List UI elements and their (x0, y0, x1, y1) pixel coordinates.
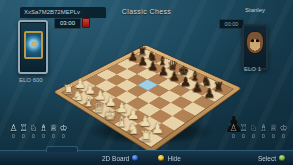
pawn-icon: ♙ (9, 123, 17, 133)
bottom-bar: 2D Board Hide Select (0, 150, 293, 165)
tray-count: 0 (32, 133, 35, 139)
black-clock: 00:00 (219, 19, 244, 29)
rook-icon: ♖ (19, 123, 27, 133)
tray-item-rook: ♖0 (240, 123, 247, 139)
knight-icon: ♘ (249, 123, 257, 133)
queen-icon: ♕ (49, 123, 57, 133)
white-clock: 03:00 (54, 18, 81, 29)
tray-count: 0 (12, 133, 15, 139)
knight-icon: ♘ (29, 123, 37, 133)
tray-count: 0 (272, 133, 275, 139)
tray-count: 0 (252, 133, 255, 139)
king-icon: ♔ (59, 123, 67, 133)
tray-count: 0 (22, 133, 25, 139)
select-label: Select (258, 155, 276, 162)
tray-count: 0 (282, 133, 285, 139)
tray-item-knight: ♘0 (250, 123, 257, 139)
tray-item-bishop: ♗0 (40, 123, 47, 139)
captured-tray-left: ♙0♖0♘0♗0♕0♔0 (10, 123, 67, 139)
tray-item-queen: ♕0 (270, 123, 277, 139)
board-frame: ♜♞♝♛♚♝♞♜♟♟♟♟♟♟♟♟♟♟♟♟♟♟♟♟♜♞♝♛♚♝♞♜ (53, 45, 242, 154)
tray-count: 0 (242, 133, 245, 139)
button-2d-board[interactable]: 2D Board (102, 155, 129, 162)
tray-item-queen: ♕0 (50, 123, 57, 139)
white-player-name: XxSa7M2B72MEPLv (20, 7, 106, 18)
tray-item-bishop: ♗0 (260, 123, 267, 139)
game-screen: Classic Chess XxSa7M2B72MEPLv 03:00 ELO … (0, 0, 293, 165)
tray-item-rook: ♖0 (20, 123, 27, 139)
tray-count: 0 (262, 133, 265, 139)
tray-count: 0 (62, 133, 65, 139)
black-player-avatar monkey-avatar (246, 31, 264, 54)
xbox-x-button-icon[interactable] (132, 155, 138, 161)
tray-item-pawn: ♙0 (10, 123, 17, 139)
black-player-name: Stanley (238, 7, 272, 13)
bishop-icon: ♗ (259, 123, 267, 133)
piece-white-rook: ♜ (137, 129, 154, 144)
button-hide[interactable]: Hide (155, 155, 180, 162)
captured-tray-right: ♙0♖0♘0♗0♕0♔0 (230, 123, 287, 139)
rook-icon: ♖ (239, 123, 247, 133)
chess-board: ♜♞♝♛♚♝♞♜♟♟♟♟♟♟♟♟♟♟♟♟♟♟♟♟♜♞♝♛♚♝♞♜ (63, 49, 233, 146)
black-elo-label: ELO 1 (244, 66, 261, 72)
queen-icon: ♕ (269, 123, 277, 133)
tray-item-pawn: ♙0 (230, 123, 237, 139)
white-player-avatar (24, 31, 43, 59)
pawn-icon: ♙ (229, 123, 237, 133)
tray-count: 0 (42, 133, 45, 139)
tray-item-knight: ♘0 (30, 123, 37, 139)
board-perspective-wrap: ♜♞♝♛♚♝♞♜♟♟♟♟♟♟♟♟♟♟♟♟♟♟♟♟♜♞♝♛♚♝♞♜ (81, 23, 215, 157)
white-elo-label: ELO 600 (19, 77, 43, 83)
xbox-y-button-icon[interactable] (158, 155, 164, 161)
xbox-a-button-icon[interactable] (279, 155, 285, 161)
button-select[interactable]: Select (258, 155, 288, 162)
piece-black-pawn: ♟ (202, 86, 217, 99)
bishop-icon: ♗ (39, 123, 47, 133)
hide-label: Hide (167, 155, 180, 162)
tray-item-king: ♔0 (60, 123, 67, 139)
tray-count: 0 (232, 133, 235, 139)
tray-item-king: ♔0 (280, 123, 287, 139)
tray-count: 0 (52, 133, 55, 139)
king-icon: ♔ (279, 123, 287, 133)
